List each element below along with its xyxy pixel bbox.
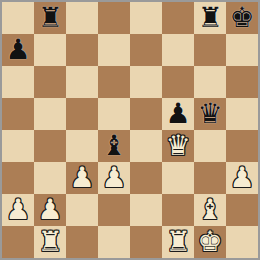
square-g7[interactable] bbox=[194, 34, 226, 66]
square-g1[interactable]: ♚ bbox=[194, 226, 226, 258]
square-b6[interactable] bbox=[34, 66, 66, 98]
square-e7[interactable] bbox=[130, 34, 162, 66]
square-d8[interactable] bbox=[98, 2, 130, 34]
square-e6[interactable] bbox=[130, 66, 162, 98]
square-a8[interactable] bbox=[2, 2, 34, 34]
square-f8[interactable] bbox=[162, 2, 194, 34]
square-b5[interactable] bbox=[34, 98, 66, 130]
chess-board: ♜♜♚♟♟♛♝♛♟♟♟♟♟♝♜♜♚ bbox=[2, 2, 258, 258]
square-b1[interactable]: ♜ bbox=[34, 226, 66, 258]
square-g2[interactable]: ♝ bbox=[194, 194, 226, 226]
white-pawn[interactable]: ♟ bbox=[98, 162, 130, 194]
square-e2[interactable] bbox=[130, 194, 162, 226]
square-d4[interactable]: ♝ bbox=[98, 130, 130, 162]
square-g6[interactable] bbox=[194, 66, 226, 98]
square-g8[interactable]: ♜ bbox=[194, 2, 226, 34]
square-d6[interactable] bbox=[98, 66, 130, 98]
square-g4[interactable] bbox=[194, 130, 226, 162]
square-e1[interactable] bbox=[130, 226, 162, 258]
white-king[interactable]: ♚ bbox=[194, 226, 226, 258]
square-a1[interactable] bbox=[2, 226, 34, 258]
white-pawn[interactable]: ♟ bbox=[226, 162, 258, 194]
square-h7[interactable] bbox=[226, 34, 258, 66]
square-h1[interactable] bbox=[226, 226, 258, 258]
square-h8[interactable]: ♚ bbox=[226, 2, 258, 34]
square-a4[interactable] bbox=[2, 130, 34, 162]
square-f7[interactable] bbox=[162, 34, 194, 66]
black-king[interactable]: ♚ bbox=[226, 2, 258, 34]
square-a2[interactable]: ♟ bbox=[2, 194, 34, 226]
square-e3[interactable] bbox=[130, 162, 162, 194]
square-f5[interactable]: ♟ bbox=[162, 98, 194, 130]
square-b2[interactable]: ♟ bbox=[34, 194, 66, 226]
square-b4[interactable] bbox=[34, 130, 66, 162]
square-d7[interactable] bbox=[98, 34, 130, 66]
square-c1[interactable] bbox=[66, 226, 98, 258]
square-d1[interactable] bbox=[98, 226, 130, 258]
square-g3[interactable] bbox=[194, 162, 226, 194]
square-b3[interactable] bbox=[34, 162, 66, 194]
square-h3[interactable]: ♟ bbox=[226, 162, 258, 194]
square-h5[interactable] bbox=[226, 98, 258, 130]
square-c2[interactable] bbox=[66, 194, 98, 226]
square-a5[interactable] bbox=[2, 98, 34, 130]
square-c6[interactable] bbox=[66, 66, 98, 98]
square-e4[interactable] bbox=[130, 130, 162, 162]
white-pawn[interactable]: ♟ bbox=[2, 194, 34, 226]
white-pawn[interactable]: ♟ bbox=[34, 194, 66, 226]
square-b8[interactable]: ♜ bbox=[34, 2, 66, 34]
black-pawn[interactable]: ♟ bbox=[2, 34, 34, 66]
square-d3[interactable]: ♟ bbox=[98, 162, 130, 194]
black-rook[interactable]: ♜ bbox=[34, 2, 66, 34]
square-h6[interactable] bbox=[226, 66, 258, 98]
square-a7[interactable]: ♟ bbox=[2, 34, 34, 66]
white-bishop[interactable]: ♝ bbox=[194, 194, 226, 226]
white-rook[interactable]: ♜ bbox=[162, 226, 194, 258]
square-d5[interactable] bbox=[98, 98, 130, 130]
square-b7[interactable] bbox=[34, 34, 66, 66]
square-h2[interactable] bbox=[226, 194, 258, 226]
square-g5[interactable]: ♛ bbox=[194, 98, 226, 130]
square-f2[interactable] bbox=[162, 194, 194, 226]
square-a3[interactable] bbox=[2, 162, 34, 194]
square-c5[interactable] bbox=[66, 98, 98, 130]
square-f4[interactable]: ♛ bbox=[162, 130, 194, 162]
square-c3[interactable]: ♟ bbox=[66, 162, 98, 194]
black-pawn[interactable]: ♟ bbox=[162, 98, 194, 130]
black-queen[interactable]: ♛ bbox=[194, 98, 226, 130]
square-f6[interactable] bbox=[162, 66, 194, 98]
black-bishop[interactable]: ♝ bbox=[98, 130, 130, 162]
white-rook[interactable]: ♜ bbox=[34, 226, 66, 258]
square-f3[interactable] bbox=[162, 162, 194, 194]
square-f1[interactable]: ♜ bbox=[162, 226, 194, 258]
square-c8[interactable] bbox=[66, 2, 98, 34]
square-c4[interactable] bbox=[66, 130, 98, 162]
square-h4[interactable] bbox=[226, 130, 258, 162]
white-queen[interactable]: ♛ bbox=[162, 130, 194, 162]
chess-board-frame: ♜♜♚♟♟♛♝♛♟♟♟♟♟♝♜♜♚ bbox=[0, 0, 260, 260]
white-pawn[interactable]: ♟ bbox=[66, 162, 98, 194]
square-e8[interactable] bbox=[130, 2, 162, 34]
square-e5[interactable] bbox=[130, 98, 162, 130]
square-c7[interactable] bbox=[66, 34, 98, 66]
black-rook[interactable]: ♜ bbox=[194, 2, 226, 34]
square-d2[interactable] bbox=[98, 194, 130, 226]
square-a6[interactable] bbox=[2, 66, 34, 98]
